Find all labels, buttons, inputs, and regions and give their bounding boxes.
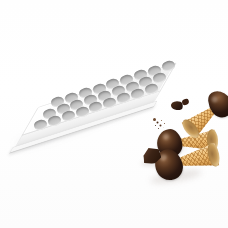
product-photo: [0, 0, 228, 228]
chocolate-crumbs: [153, 118, 156, 121]
chocolate-flake: [181, 98, 190, 106]
